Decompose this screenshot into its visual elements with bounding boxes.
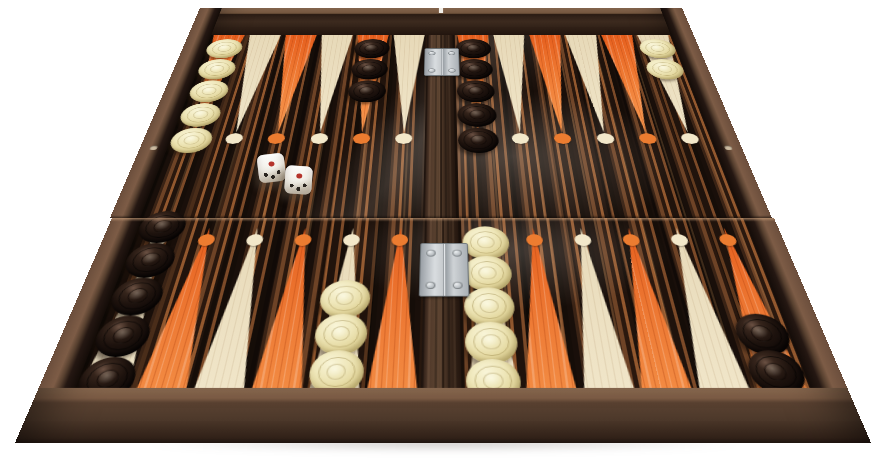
leaf-gap (439, 8, 443, 13)
checker-black-pt17[interactable] (346, 80, 386, 102)
point-tip-dot (294, 234, 313, 246)
hinge-knuckle (442, 244, 445, 296)
point-tip-dot (395, 133, 413, 144)
checker-black-pt19[interactable] (457, 103, 497, 126)
front-rail (15, 388, 871, 443)
hinge-screw (453, 282, 463, 289)
checker-white-pt6[interactable] (463, 255, 513, 291)
hinge-screw (448, 68, 455, 72)
die-1[interactable] (256, 152, 286, 183)
point-tip-dot (622, 234, 641, 246)
hinge-screw (426, 250, 436, 257)
hinge-screw (426, 282, 436, 289)
leaf-seam (440, 8, 442, 218)
point-tip-dot (679, 133, 700, 144)
point-tip-dot (245, 234, 264, 246)
hinge-screw (448, 51, 455, 55)
point-tip-dot (512, 133, 530, 144)
point-tip-dot (392, 234, 409, 246)
board-far-half (110, 8, 772, 218)
die-red-pip (296, 174, 302, 179)
checker-white-pt13[interactable] (177, 103, 224, 126)
checker-white-pt13[interactable] (186, 80, 231, 102)
hinge-front (419, 243, 470, 297)
checker-black-pt19[interactable] (457, 80, 496, 102)
point-tip-dot (553, 133, 572, 144)
point-tip-dot (670, 234, 690, 246)
point-tip-dot (718, 234, 739, 246)
checker-black-pt17[interactable] (353, 39, 390, 58)
point-tip-dot (574, 234, 593, 246)
checker-black-pt19[interactable] (456, 59, 493, 79)
die-red-pip (268, 162, 275, 168)
fold-highlight (111, 218, 776, 221)
checker-white-pt6[interactable] (465, 321, 520, 363)
point-tip-dot (343, 234, 361, 246)
checker-black-pt19[interactable] (456, 39, 492, 58)
hinge-screw (428, 68, 435, 72)
point-tip-dot (267, 133, 287, 144)
checker-white-pt8[interactable] (317, 280, 371, 318)
point-tip-dot (595, 133, 615, 144)
board-near-half (15, 218, 871, 443)
point-tip-dot (352, 133, 370, 144)
checker-white-pt6[interactable] (464, 287, 516, 326)
hinge-screw (428, 51, 435, 55)
hinge-back (424, 48, 460, 75)
point-tip-dot (310, 133, 329, 144)
hinge-knuckle (441, 49, 443, 76)
checker-white-pt13[interactable] (195, 59, 239, 79)
checker-white-pt13[interactable] (166, 128, 216, 153)
hinge-screw (452, 250, 462, 257)
point-tip-dot (525, 234, 543, 246)
point-tip-dot (224, 133, 244, 144)
point-tip-dot (637, 133, 657, 144)
checker-white-pt6[interactable] (462, 226, 510, 259)
point-tip-dot (196, 234, 216, 246)
center-bar-far (423, 8, 459, 218)
checker-white-pt13[interactable] (203, 39, 245, 58)
checker-white-pt8[interactable] (312, 313, 369, 354)
die-2[interactable] (284, 165, 313, 195)
backgammon-set-photo (0, 0, 890, 469)
checker-black-pt17[interactable] (350, 59, 389, 79)
checker-black-pt19[interactable] (458, 128, 500, 153)
point-triangle (383, 35, 427, 133)
